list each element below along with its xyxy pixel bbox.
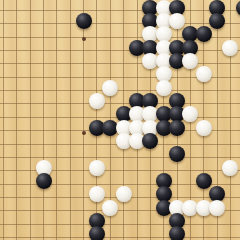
grid-line-horizontal bbox=[0, 157, 240, 158]
stone-white[interactable] bbox=[116, 186, 132, 202]
stone-white[interactable] bbox=[89, 160, 105, 176]
stone-white[interactable] bbox=[196, 120, 212, 136]
grid-line-horizontal bbox=[0, 23, 240, 24]
stone-black[interactable] bbox=[236, 0, 240, 16]
stone-black[interactable] bbox=[89, 226, 105, 240]
stone-black[interactable] bbox=[76, 13, 92, 29]
stone-white[interactable] bbox=[169, 13, 185, 29]
grid-line-horizontal bbox=[0, 63, 240, 64]
stone-white[interactable] bbox=[156, 80, 172, 96]
stone-black[interactable] bbox=[169, 146, 185, 162]
stone-black[interactable] bbox=[36, 173, 52, 189]
stone-black[interactable] bbox=[209, 13, 225, 29]
stone-white[interactable] bbox=[89, 186, 105, 202]
go-board[interactable] bbox=[0, 0, 240, 240]
hoshi-dot bbox=[82, 131, 86, 135]
grid-line-horizontal bbox=[0, 50, 240, 51]
grid-line-horizontal bbox=[0, 90, 240, 91]
stone-white[interactable] bbox=[102, 80, 118, 96]
grid-line-horizontal bbox=[0, 103, 240, 104]
stone-white[interactable] bbox=[196, 66, 212, 82]
stone-black[interactable] bbox=[196, 173, 212, 189]
grid-line-horizontal bbox=[0, 237, 240, 238]
stone-black[interactable] bbox=[169, 226, 185, 240]
stone-white[interactable] bbox=[209, 200, 225, 216]
grid-line-horizontal bbox=[0, 224, 240, 225]
stone-black[interactable] bbox=[169, 120, 185, 136]
stone-white[interactable] bbox=[182, 53, 198, 69]
stone-white[interactable] bbox=[222, 160, 238, 176]
stone-white[interactable] bbox=[222, 40, 238, 56]
stone-black[interactable] bbox=[196, 26, 212, 42]
stone-white[interactable] bbox=[102, 200, 118, 216]
stone-white[interactable] bbox=[182, 106, 198, 122]
grid-line-horizontal bbox=[0, 10, 240, 11]
stone-white[interactable] bbox=[89, 93, 105, 109]
hoshi-dot bbox=[82, 37, 86, 41]
stone-black[interactable] bbox=[142, 133, 158, 149]
